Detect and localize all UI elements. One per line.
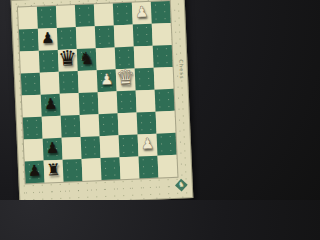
board-square <box>156 111 176 134</box>
board-square <box>151 1 171 24</box>
board-square <box>40 72 60 95</box>
board-square <box>22 95 42 118</box>
board-square <box>79 92 99 115</box>
board-square <box>96 47 116 70</box>
board-square <box>100 135 120 158</box>
board-square <box>94 3 114 26</box>
board-square <box>23 117 43 140</box>
board-square <box>78 70 98 93</box>
board-square <box>139 156 159 179</box>
board-square <box>95 25 115 48</box>
board-square <box>137 112 157 135</box>
board-square <box>120 156 140 179</box>
board-square <box>39 50 59 73</box>
board-square <box>44 160 64 183</box>
board-square <box>76 26 96 49</box>
board-square <box>43 138 63 161</box>
board-square <box>20 51 40 74</box>
board-square <box>101 157 121 180</box>
board-square <box>24 139 44 162</box>
board-square <box>58 49 78 72</box>
board-square <box>136 90 156 113</box>
board-square <box>18 7 38 30</box>
board-square <box>19 29 39 52</box>
board-square <box>62 137 82 160</box>
chess-mat: ♟♟♛♞♟♛♟♟♟♜♟ Chess ♞ <box>11 0 194 200</box>
board-square <box>42 116 62 139</box>
board-square <box>61 115 81 138</box>
board-square <box>25 161 45 184</box>
board-square <box>138 134 158 157</box>
board-square <box>81 136 101 159</box>
board-square <box>80 114 100 137</box>
knight-diamond-logo: ♞ <box>176 179 187 190</box>
board-square <box>37 6 57 29</box>
board-square <box>155 89 175 112</box>
board-square <box>158 155 178 178</box>
board-square <box>154 67 174 90</box>
chess-board <box>18 1 178 183</box>
board-square <box>157 133 177 156</box>
board-square <box>75 4 95 27</box>
board-square <box>132 2 152 25</box>
board-square <box>135 68 155 91</box>
board-square <box>59 71 79 94</box>
board-square <box>38 28 58 51</box>
board-square <box>56 5 76 28</box>
board-square <box>82 158 102 181</box>
board-square <box>99 113 119 136</box>
board-square <box>114 25 134 48</box>
board-square <box>98 91 118 114</box>
knight-icon: ♞ <box>178 181 185 188</box>
board-square <box>117 91 137 114</box>
board-square <box>63 159 83 182</box>
board-square <box>119 134 139 157</box>
board-square <box>60 93 80 116</box>
board-square <box>97 69 117 92</box>
board-square <box>113 3 133 26</box>
board-square <box>41 94 61 117</box>
board-square <box>153 45 173 68</box>
board-square <box>77 48 97 71</box>
board-square <box>118 113 138 136</box>
board-square <box>57 27 77 50</box>
board-square <box>133 24 153 47</box>
board-square <box>152 23 172 46</box>
board-square <box>21 73 41 96</box>
board-square <box>116 69 136 92</box>
board-edge-brand-text: Chess <box>178 59 185 79</box>
board-square <box>134 46 154 69</box>
board-square <box>115 47 135 70</box>
